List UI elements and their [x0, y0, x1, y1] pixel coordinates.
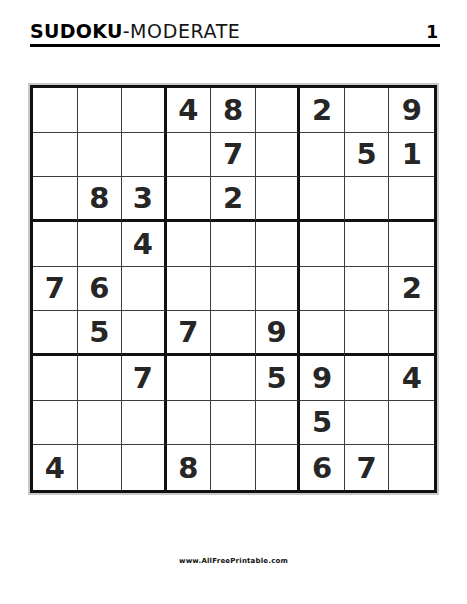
cell-r7c2[interactable]: [78, 356, 123, 401]
cell-r5c7[interactable]: [300, 267, 345, 312]
cell-r2c8: 5: [345, 133, 390, 178]
cell-r6c4: 7: [167, 311, 212, 356]
cell-r1c1[interactable]: [33, 88, 78, 133]
cell-r5c5[interactable]: [211, 267, 256, 312]
cell-r7c5[interactable]: [211, 356, 256, 401]
cell-r1c7: 2: [300, 88, 345, 133]
cell-r2c5: 7: [211, 133, 256, 178]
cell-r8c5[interactable]: [211, 401, 256, 446]
cell-r8c8[interactable]: [345, 401, 390, 446]
cell-r7c4[interactable]: [167, 356, 212, 401]
cell-r9c3[interactable]: [122, 445, 167, 490]
cell-r3c3: 3: [122, 177, 167, 222]
title-difficulty: -MODERATE: [123, 20, 241, 42]
cell-r3c8[interactable]: [345, 177, 390, 222]
cell-r9c7: 6: [300, 445, 345, 490]
cell-r3c6[interactable]: [256, 177, 301, 222]
cell-r1c3[interactable]: [122, 88, 167, 133]
cell-r3c1[interactable]: [33, 177, 78, 222]
cell-r8c9[interactable]: [389, 401, 434, 446]
cell-r9c4: 8: [167, 445, 212, 490]
cell-r6c2: 5: [78, 311, 123, 356]
cell-r3c2: 8: [78, 177, 123, 222]
cell-r1c9: 9: [389, 88, 434, 133]
cell-r5c8[interactable]: [345, 267, 390, 312]
sudoku-board: 48297518324762579759454867: [28, 83, 439, 495]
cell-r8c4[interactable]: [167, 401, 212, 446]
footer-url: www.AllFreePrintable.com: [0, 557, 467, 565]
sudoku-grid: 48297518324762579759454867: [30, 85, 437, 493]
cell-r9c8: 7: [345, 445, 390, 490]
cell-r7c8[interactable]: [345, 356, 390, 401]
cell-r1c8[interactable]: [345, 88, 390, 133]
cell-r8c3[interactable]: [122, 401, 167, 446]
page-header: SUDOKU-MODERATE 1: [30, 20, 440, 47]
cell-r9c1: 4: [33, 445, 78, 490]
cell-r8c6[interactable]: [256, 401, 301, 446]
cell-r2c1[interactable]: [33, 133, 78, 178]
cell-r4c1[interactable]: [33, 222, 78, 267]
cell-r6c5[interactable]: [211, 311, 256, 356]
cell-r6c8[interactable]: [345, 311, 390, 356]
cell-r4c6[interactable]: [256, 222, 301, 267]
cell-r3c4[interactable]: [167, 177, 212, 222]
cell-r2c9: 1: [389, 133, 434, 178]
cell-r5c4[interactable]: [167, 267, 212, 312]
cell-r3c5: 2: [211, 177, 256, 222]
cell-r4c5[interactable]: [211, 222, 256, 267]
cell-r8c2[interactable]: [78, 401, 123, 446]
page-title: SUDOKU-MODERATE: [30, 20, 240, 42]
cell-r5c3[interactable]: [122, 267, 167, 312]
cell-r5c6[interactable]: [256, 267, 301, 312]
cell-r6c3[interactable]: [122, 311, 167, 356]
title-main: SUDOKU: [30, 20, 123, 42]
cell-r1c4: 4: [167, 88, 212, 133]
cell-r7c9: 4: [389, 356, 434, 401]
cell-r1c6[interactable]: [256, 88, 301, 133]
page-number: 1: [426, 22, 440, 42]
cell-r2c4[interactable]: [167, 133, 212, 178]
cell-r7c3: 7: [122, 356, 167, 401]
cell-r2c7[interactable]: [300, 133, 345, 178]
cell-r9c5[interactable]: [211, 445, 256, 490]
cell-r2c2[interactable]: [78, 133, 123, 178]
cell-r3c7[interactable]: [300, 177, 345, 222]
cell-r9c9[interactable]: [389, 445, 434, 490]
cell-r9c6[interactable]: [256, 445, 301, 490]
cell-r4c9[interactable]: [389, 222, 434, 267]
cell-r6c9[interactable]: [389, 311, 434, 356]
cell-r5c1: 7: [33, 267, 78, 312]
cell-r4c2[interactable]: [78, 222, 123, 267]
cell-r4c8[interactable]: [345, 222, 390, 267]
cell-r2c6[interactable]: [256, 133, 301, 178]
cell-r4c4[interactable]: [167, 222, 212, 267]
cell-r2c3[interactable]: [122, 133, 167, 178]
cell-r3c9[interactable]: [389, 177, 434, 222]
cell-r7c7: 9: [300, 356, 345, 401]
cell-r4c7[interactable]: [300, 222, 345, 267]
cell-r9c2[interactable]: [78, 445, 123, 490]
cell-r5c2: 6: [78, 267, 123, 312]
cell-r6c1[interactable]: [33, 311, 78, 356]
cell-r6c6: 9: [256, 311, 301, 356]
cell-r5c9: 2: [389, 267, 434, 312]
cell-r4c3: 4: [122, 222, 167, 267]
cell-r7c1[interactable]: [33, 356, 78, 401]
cell-r1c2[interactable]: [78, 88, 123, 133]
cell-r8c1[interactable]: [33, 401, 78, 446]
cell-r8c7: 5: [300, 401, 345, 446]
cell-r1c5: 8: [211, 88, 256, 133]
cell-r7c6: 5: [256, 356, 301, 401]
cell-r6c7[interactable]: [300, 311, 345, 356]
